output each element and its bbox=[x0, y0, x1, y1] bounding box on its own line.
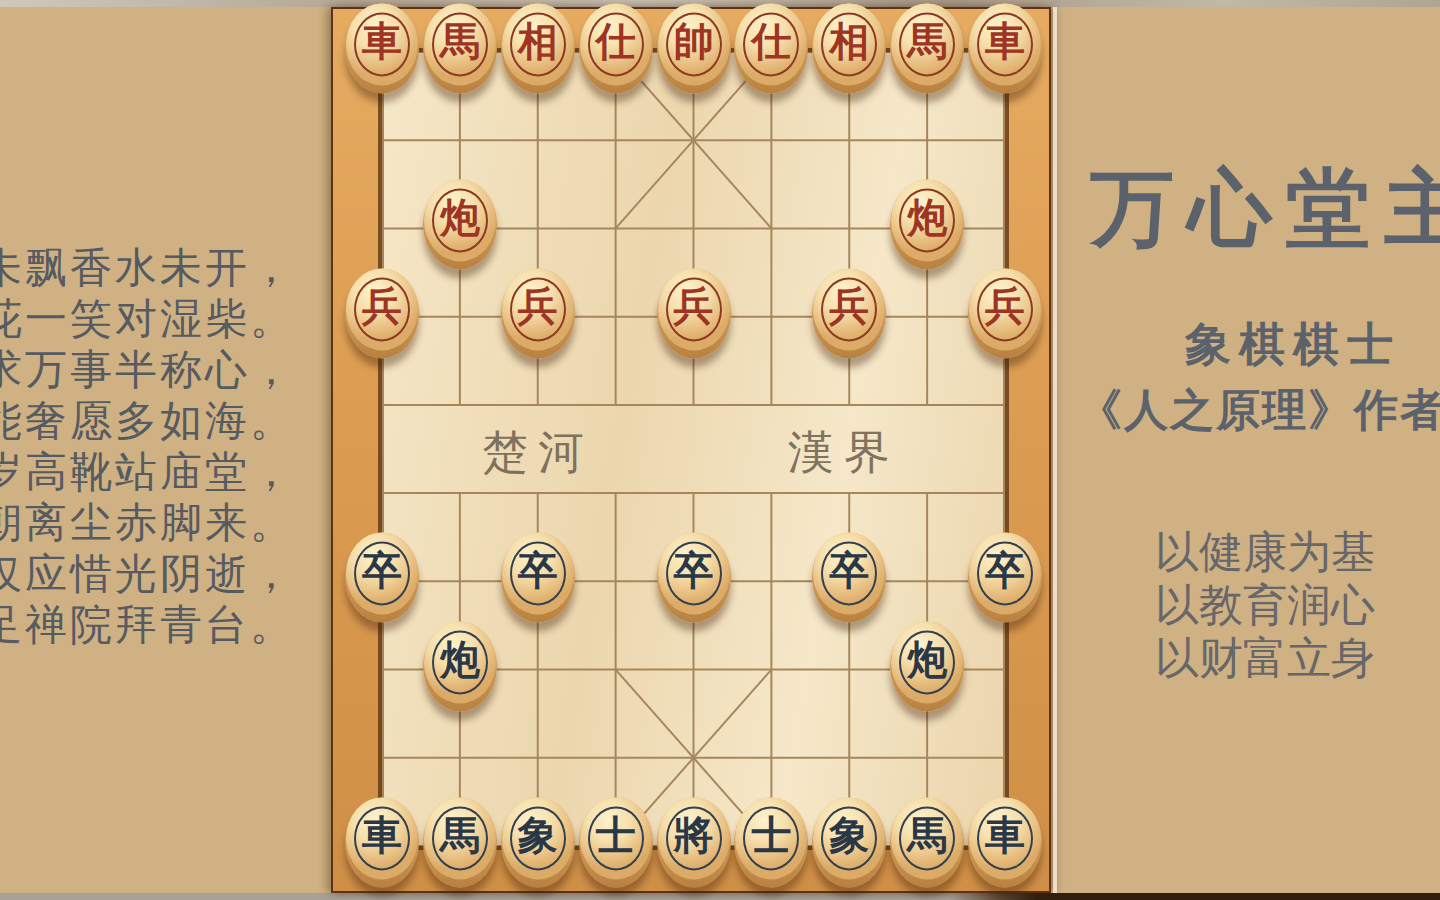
piece-black-chariot[interactable]: 車 bbox=[968, 797, 1042, 887]
piece-face: 馬 bbox=[424, 3, 496, 85]
piece-black-elephant[interactable]: 象 bbox=[501, 797, 575, 887]
piece-black-soldier[interactable]: 卒 bbox=[657, 533, 731, 623]
piece-face: 卒 bbox=[969, 533, 1041, 615]
piece-face: 仕 bbox=[735, 3, 807, 85]
right-panel-title: 万心堂主 bbox=[1090, 152, 1440, 266]
piece-face: 卒 bbox=[813, 533, 885, 615]
piece-face: 象 bbox=[813, 797, 885, 879]
piece-face: 帥 bbox=[658, 3, 730, 85]
piece-glyph: 兵 bbox=[829, 287, 869, 327]
piece-red-soldier[interactable]: 兵 bbox=[501, 268, 575, 358]
page: { "game": "xiangqi", "position": { "fen"… bbox=[0, 0, 1440, 900]
poem-line: 足禅院拜青台。 bbox=[0, 600, 295, 651]
piece-black-advisor[interactable]: 士 bbox=[734, 797, 808, 887]
piece-glyph: 卒 bbox=[674, 552, 714, 592]
piece-face: 相 bbox=[813, 3, 885, 85]
piece-glyph: 兵 bbox=[362, 287, 402, 327]
piece-glyph: 兵 bbox=[985, 287, 1025, 327]
top-texture-strip bbox=[0, 0, 1440, 7]
piece-red-advisor[interactable]: 仕 bbox=[734, 3, 808, 93]
piece-glyph: 士 bbox=[596, 816, 636, 856]
piece-face: 兵 bbox=[969, 268, 1041, 350]
piece-glyph: 象 bbox=[518, 816, 558, 856]
piece-face: 馬 bbox=[424, 797, 496, 879]
piece-glyph: 卒 bbox=[518, 552, 558, 592]
piece-red-advisor[interactable]: 仕 bbox=[579, 3, 653, 93]
piece-red-general[interactable]: 帥 bbox=[657, 3, 731, 93]
piece-face: 士 bbox=[735, 797, 807, 879]
poem-line: 朝离尘赤脚来。 bbox=[0, 498, 295, 549]
piece-black-chariot[interactable]: 車 bbox=[345, 797, 419, 887]
piece-red-chariot[interactable]: 車 bbox=[968, 3, 1042, 93]
piece-black-advisor[interactable]: 士 bbox=[579, 797, 653, 887]
piece-face: 象 bbox=[502, 797, 574, 879]
piece-glyph: 車 bbox=[985, 22, 1025, 62]
piece-face: 兵 bbox=[346, 268, 418, 350]
piece-red-horse[interactable]: 馬 bbox=[423, 3, 497, 93]
piece-face: 兵 bbox=[813, 268, 885, 350]
board-playfield[interactable]: 楚河 漢界 車馬相仕帥仕相馬車炮炮兵兵兵兵兵卒卒卒卒卒炮炮車馬象士將士象馬車 bbox=[382, 52, 1005, 846]
piece-face: 相 bbox=[502, 3, 574, 85]
left-poem: 未飘香水未开， 花一笑对湿柴。 求万事半称心， 能奢愿多如海。 岁高靴站庙堂， … bbox=[0, 243, 295, 651]
piece-glyph: 卒 bbox=[985, 552, 1025, 592]
piece-red-soldier[interactable]: 兵 bbox=[345, 268, 419, 358]
piece-glyph: 馬 bbox=[440, 22, 480, 62]
piece-red-horse[interactable]: 馬 bbox=[890, 3, 964, 93]
piece-glyph: 仕 bbox=[751, 22, 791, 62]
piece-glyph: 相 bbox=[829, 22, 869, 62]
piece-face: 兵 bbox=[658, 268, 730, 350]
piece-face: 馬 bbox=[891, 797, 963, 879]
piece-face: 車 bbox=[969, 797, 1041, 879]
motto-line: 以财富立身 bbox=[1155, 632, 1375, 685]
piece-red-elephant[interactable]: 相 bbox=[501, 3, 575, 93]
piece-red-soldier[interactable]: 兵 bbox=[657, 268, 731, 358]
piece-glyph: 卒 bbox=[362, 552, 402, 592]
river-label-han: 漢界 bbox=[788, 422, 900, 484]
piece-face: 炮 bbox=[424, 180, 496, 262]
piece-glyph: 馬 bbox=[907, 816, 947, 856]
piece-glyph: 兵 bbox=[518, 287, 558, 327]
river-label-chu: 楚河 bbox=[482, 422, 594, 484]
piece-black-cannon[interactable]: 炮 bbox=[890, 621, 964, 711]
piece-face: 馬 bbox=[891, 3, 963, 85]
poem-line: 花一笑对湿柴。 bbox=[0, 294, 295, 345]
piece-glyph: 帥 bbox=[674, 22, 714, 62]
poem-line: 未飘香水未开， bbox=[0, 243, 295, 294]
poem-line: 仅应惜光阴逝， bbox=[0, 549, 295, 600]
right-panel-motto: 以健康为基 以教育润心 以财富立身 bbox=[1155, 526, 1375, 685]
piece-glyph: 炮 bbox=[440, 640, 480, 680]
piece-black-soldier[interactable]: 卒 bbox=[812, 533, 886, 623]
piece-face: 卒 bbox=[658, 533, 730, 615]
piece-red-soldier[interactable]: 兵 bbox=[812, 268, 886, 358]
piece-black-soldier[interactable]: 卒 bbox=[501, 533, 575, 623]
piece-glyph: 馬 bbox=[440, 816, 480, 856]
piece-face: 車 bbox=[969, 3, 1041, 85]
piece-red-chariot[interactable]: 車 bbox=[345, 3, 419, 93]
piece-face: 卒 bbox=[502, 533, 574, 615]
piece-face: 炮 bbox=[424, 621, 496, 703]
piece-glyph: 車 bbox=[362, 816, 402, 856]
piece-glyph: 將 bbox=[674, 816, 714, 856]
piece-face: 兵 bbox=[502, 268, 574, 350]
piece-black-horse[interactable]: 馬 bbox=[890, 797, 964, 887]
poem-line: 能奢愿多如海。 bbox=[0, 396, 295, 447]
motto-line: 以健康为基 bbox=[1155, 526, 1375, 579]
piece-face: 車 bbox=[346, 3, 418, 85]
bottom-texture-strip bbox=[0, 893, 1440, 900]
piece-glyph: 馬 bbox=[907, 22, 947, 62]
piece-black-horse[interactable]: 馬 bbox=[423, 797, 497, 887]
piece-glyph: 炮 bbox=[440, 199, 480, 239]
piece-black-soldier[interactable]: 卒 bbox=[345, 533, 419, 623]
xiangqi-board[interactable]: 楚河 漢界 車馬相仕帥仕相馬車炮炮兵兵兵兵兵卒卒卒卒卒炮炮車馬象士將士象馬車 bbox=[331, 7, 1051, 893]
piece-glyph: 士 bbox=[751, 816, 791, 856]
right-panel-subtitle: 象棋棋士 bbox=[1185, 314, 1401, 376]
piece-black-elephant[interactable]: 象 bbox=[812, 797, 886, 887]
piece-face: 卒 bbox=[346, 533, 418, 615]
piece-face: 將 bbox=[658, 797, 730, 879]
piece-red-soldier[interactable]: 兵 bbox=[968, 268, 1042, 358]
board-grid bbox=[382, 52, 1005, 846]
piece-glyph: 仕 bbox=[596, 22, 636, 62]
poem-line: 岁高靴站庙堂， bbox=[0, 447, 295, 498]
piece-glyph: 象 bbox=[829, 816, 869, 856]
piece-glyph: 車 bbox=[985, 816, 1025, 856]
motto-line: 以教育润心 bbox=[1155, 579, 1375, 632]
piece-black-soldier[interactable]: 卒 bbox=[968, 533, 1042, 623]
piece-face: 炮 bbox=[891, 621, 963, 703]
piece-face: 炮 bbox=[891, 180, 963, 262]
piece-glyph: 炮 bbox=[907, 640, 947, 680]
piece-glyph: 炮 bbox=[907, 199, 947, 239]
poem-line: 求万事半称心， bbox=[0, 345, 295, 396]
piece-red-elephant[interactable]: 相 bbox=[812, 3, 886, 93]
piece-red-cannon[interactable]: 炮 bbox=[890, 180, 964, 270]
piece-red-cannon[interactable]: 炮 bbox=[423, 180, 497, 270]
piece-face: 車 bbox=[346, 797, 418, 879]
piece-face: 士 bbox=[580, 797, 652, 879]
piece-face: 仕 bbox=[580, 3, 652, 85]
piece-glyph: 卒 bbox=[829, 552, 869, 592]
piece-black-general[interactable]: 將 bbox=[657, 797, 731, 887]
piece-glyph: 相 bbox=[518, 22, 558, 62]
piece-glyph: 兵 bbox=[674, 287, 714, 327]
right-panel-byline: 《人之原理》作者 bbox=[1078, 381, 1440, 440]
piece-black-cannon[interactable]: 炮 bbox=[423, 621, 497, 711]
piece-glyph: 車 bbox=[362, 22, 402, 62]
